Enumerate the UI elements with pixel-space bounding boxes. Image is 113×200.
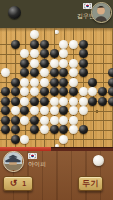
black-stone bbox=[59, 78, 68, 87]
black-stone bbox=[88, 97, 97, 106]
black-stone bbox=[59, 68, 68, 77]
black-stone bbox=[20, 59, 29, 68]
black-stone bbox=[1, 125, 10, 134]
opponent-avatar bbox=[91, 2, 112, 23]
black-stone bbox=[98, 97, 107, 106]
white-stone bbox=[30, 106, 39, 115]
undo-count: 1 bbox=[22, 180, 26, 187]
black-stone bbox=[59, 87, 68, 96]
korea-flag-icon bbox=[28, 153, 37, 159]
black-stone bbox=[30, 97, 39, 106]
black-stone bbox=[59, 106, 68, 115]
black-stone bbox=[50, 68, 59, 77]
black-stone bbox=[79, 59, 88, 68]
white-stone bbox=[11, 106, 20, 115]
black-stone bbox=[40, 59, 49, 68]
move-timer-bar bbox=[0, 147, 113, 151]
black-stone bbox=[108, 68, 113, 77]
black-stone bbox=[50, 78, 59, 87]
white-stone bbox=[79, 106, 88, 115]
white-stone bbox=[20, 87, 29, 96]
white-stone bbox=[40, 68, 49, 77]
white-stone bbox=[20, 135, 29, 144]
black-stone bbox=[11, 87, 20, 96]
move-timer-fill bbox=[0, 147, 51, 151]
black-stone bbox=[30, 40, 39, 49]
black-stone bbox=[108, 87, 113, 96]
black-stone bbox=[69, 87, 78, 96]
white-stone bbox=[50, 116, 59, 125]
white-stone bbox=[79, 97, 88, 106]
play-button[interactable]: 두기 bbox=[78, 176, 103, 191]
white-stone bbox=[59, 116, 68, 125]
black-stone bbox=[11, 78, 20, 87]
white-stone bbox=[50, 106, 59, 115]
white-stone bbox=[20, 116, 29, 125]
white-stone bbox=[20, 78, 29, 87]
player-avatar bbox=[3, 151, 24, 172]
game-screen: 김우빈 bbox=[0, 0, 113, 200]
white-stone bbox=[40, 125, 49, 134]
white-stone bbox=[59, 97, 68, 106]
white-stone bbox=[88, 87, 97, 96]
white-stone bbox=[69, 78, 78, 87]
white-stone bbox=[69, 125, 78, 134]
black-stone bbox=[11, 116, 20, 125]
white-stone bbox=[69, 40, 78, 49]
board[interactable] bbox=[0, 28, 113, 147]
black-stone bbox=[30, 68, 39, 77]
black-stone bbox=[11, 135, 20, 144]
white-stone bbox=[69, 59, 78, 68]
black-stone bbox=[40, 49, 49, 58]
white-stone bbox=[30, 87, 39, 96]
black-stone bbox=[79, 68, 88, 77]
black-stone bbox=[50, 125, 59, 134]
black-stone bbox=[40, 87, 49, 96]
black-stone bbox=[1, 116, 10, 125]
white-stone bbox=[30, 78, 39, 87]
white-stone bbox=[40, 78, 49, 87]
white-stone bbox=[40, 116, 49, 125]
black-stone bbox=[20, 106, 29, 115]
black-stone bbox=[108, 78, 113, 87]
white-stone bbox=[59, 40, 68, 49]
white-stone bbox=[20, 97, 29, 106]
black-stone bbox=[98, 87, 107, 96]
white-stone bbox=[59, 59, 68, 68]
black-stone bbox=[1, 87, 10, 96]
white-stone bbox=[69, 68, 78, 77]
black-stone bbox=[11, 97, 20, 106]
undo-button[interactable]: ↺ 1 bbox=[3, 176, 33, 191]
white-stone bbox=[69, 106, 78, 115]
white-stone bbox=[79, 87, 88, 96]
black-stone-icon bbox=[8, 6, 21, 19]
player-name: 아이피 bbox=[22, 161, 52, 168]
black-stone bbox=[79, 40, 88, 49]
black-stone bbox=[30, 116, 39, 125]
white-stone bbox=[50, 97, 59, 106]
white-stone bbox=[20, 49, 29, 58]
white-stone bbox=[50, 59, 59, 68]
black-stone bbox=[20, 68, 29, 77]
white-stone bbox=[30, 30, 39, 39]
white-stone bbox=[69, 116, 78, 125]
white-stone bbox=[69, 97, 78, 106]
white-stone bbox=[59, 49, 68, 58]
black-stone bbox=[1, 97, 10, 106]
white-stone bbox=[30, 49, 39, 58]
black-stone bbox=[50, 49, 59, 58]
black-stone bbox=[88, 78, 97, 87]
black-stone bbox=[40, 40, 49, 49]
player-panel: 아이피 ↺ 1 두기 bbox=[0, 147, 113, 200]
black-stone bbox=[79, 49, 88, 58]
opponent-bar: 김우빈 bbox=[0, 0, 113, 28]
white-stone bbox=[40, 106, 49, 115]
black-stone bbox=[30, 125, 39, 134]
undo-icon: ↺ bbox=[10, 179, 18, 188]
white-stone bbox=[59, 135, 68, 144]
black-stone bbox=[11, 40, 20, 49]
black-stone bbox=[1, 106, 10, 115]
white-stone bbox=[30, 59, 39, 68]
black-stone bbox=[108, 97, 113, 106]
white-stone bbox=[1, 68, 10, 77]
black-stone bbox=[11, 125, 20, 134]
black-stone bbox=[50, 87, 59, 96]
black-stone bbox=[40, 97, 49, 106]
black-stone bbox=[59, 125, 68, 134]
black-stone bbox=[79, 125, 88, 134]
white-stone-icon bbox=[93, 155, 104, 166]
